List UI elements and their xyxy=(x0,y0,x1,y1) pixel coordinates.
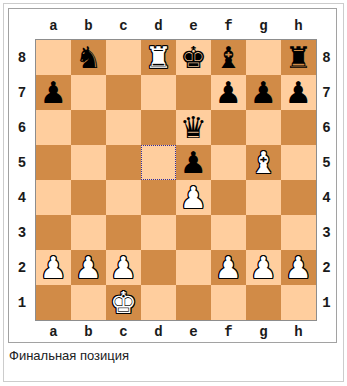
rank-label-left-2: 2 xyxy=(9,250,35,285)
square-d2 xyxy=(141,250,176,285)
square-c6 xyxy=(106,110,141,145)
rank-label-right-4: 4 xyxy=(317,180,336,215)
rank-label-right-7: 7 xyxy=(317,75,336,110)
white-pawn-piece: ♟ xyxy=(215,253,242,283)
square-a2: ♟ xyxy=(36,250,71,285)
white-pawn-piece: ♟ xyxy=(250,253,277,283)
rank-label-right-3: 3 xyxy=(317,215,336,250)
square-c1: ♚ xyxy=(106,285,141,320)
square-f7: ♟ xyxy=(211,75,246,110)
black-rook-piece: ♜ xyxy=(285,43,312,73)
square-d6 xyxy=(141,110,176,145)
white-pawn-piece: ♟ xyxy=(110,253,137,283)
rank-label-right-2: 2 xyxy=(317,250,336,285)
square-f5 xyxy=(211,145,246,180)
square-d4 xyxy=(141,180,176,215)
square-g2: ♟ xyxy=(246,250,281,285)
white-pawn-piece: ♟ xyxy=(75,253,102,283)
file-label-top-e: e xyxy=(176,9,211,39)
square-c8 xyxy=(106,40,141,75)
file-label-bottom-d: d xyxy=(141,321,176,342)
file-label-top-h: h xyxy=(281,9,316,39)
black-knight-piece: ♞ xyxy=(75,43,102,73)
square-c4 xyxy=(106,180,141,215)
square-h5 xyxy=(281,145,316,180)
rank-labels-right: 87654321 xyxy=(317,40,336,320)
square-f4 xyxy=(211,180,246,215)
black-pawn-piece: ♟ xyxy=(285,78,312,108)
rank-label-left-8: 8 xyxy=(9,40,35,75)
file-label-top-a: a xyxy=(36,9,71,39)
file-labels-bottom: abcdefgh xyxy=(36,321,316,342)
square-b7 xyxy=(71,75,106,110)
white-bishop-piece: ♝ xyxy=(250,148,277,178)
figure-caption: Финальная позиция xyxy=(9,347,339,364)
square-f1 xyxy=(211,285,246,320)
file-label-top-c: c xyxy=(106,9,141,39)
rank-label-right-8: 8 xyxy=(317,40,336,75)
rank-label-right-1: 1 xyxy=(317,285,336,320)
square-e6: ♛ xyxy=(176,110,211,145)
square-e5: ♟ xyxy=(176,145,211,180)
square-b8: ♞ xyxy=(71,40,106,75)
square-b3 xyxy=(71,215,106,250)
square-h6 xyxy=(281,110,316,145)
square-g3 xyxy=(246,215,281,250)
square-h4 xyxy=(281,180,316,215)
square-f8: ♝ xyxy=(211,40,246,75)
chess-board: ♞♜♚♝♜♟♟♟♟♛♟♝♟♟♟♟♟♟♟♚ xyxy=(35,39,317,321)
square-a8 xyxy=(36,40,71,75)
file-label-bottom-e: e xyxy=(176,321,211,342)
rank-label-left-7: 7 xyxy=(9,75,35,110)
square-g5: ♝ xyxy=(246,145,281,180)
rank-label-right-5: 5 xyxy=(317,145,336,180)
square-b6 xyxy=(71,110,106,145)
square-d7 xyxy=(141,75,176,110)
black-pawn-piece: ♟ xyxy=(250,78,277,108)
square-g7: ♟ xyxy=(246,75,281,110)
black-queen-piece: ♛ xyxy=(180,113,207,143)
square-f2: ♟ xyxy=(211,250,246,285)
file-label-bottom-c: c xyxy=(106,321,141,342)
file-label-bottom-h: h xyxy=(281,321,316,342)
black-pawn-piece: ♟ xyxy=(40,78,67,108)
white-pawn-piece: ♟ xyxy=(40,253,67,283)
square-h7: ♟ xyxy=(281,75,316,110)
black-bishop-piece: ♝ xyxy=(215,43,242,73)
white-pawn-piece: ♟ xyxy=(285,253,312,283)
square-f3 xyxy=(211,215,246,250)
file-label-bottom-b: b xyxy=(71,321,106,342)
square-g8 xyxy=(246,40,281,75)
square-e7 xyxy=(176,75,211,110)
file-label-bottom-f: f xyxy=(211,321,246,342)
black-pawn-piece: ♟ xyxy=(215,78,242,108)
rank-labels-left: 87654321 xyxy=(9,40,35,320)
square-g4 xyxy=(246,180,281,215)
white-king-piece: ♚ xyxy=(110,288,137,318)
square-h3 xyxy=(281,215,316,250)
white-rook-piece: ♜ xyxy=(145,43,172,73)
chess-diagram: abcdefgh 87654321 ♞♜♚♝♜♟♟♟♟♛♟♝♟♟♟♟♟♟♟♚ 8… xyxy=(8,8,337,343)
square-c2: ♟ xyxy=(106,250,141,285)
square-h1 xyxy=(281,285,316,320)
square-e8: ♚ xyxy=(176,40,211,75)
file-labels-top: abcdefgh xyxy=(36,9,316,39)
file-label-top-f: f xyxy=(211,9,246,39)
figure-frame: abcdefgh 87654321 ♞♜♚♝♜♟♟♟♟♛♟♝♟♟♟♟♟♟♟♚ 8… xyxy=(3,3,344,382)
square-b1 xyxy=(71,285,106,320)
square-d5 xyxy=(141,145,176,180)
square-e4: ♟ xyxy=(176,180,211,215)
rank-label-left-3: 3 xyxy=(9,215,35,250)
file-label-bottom-g: g xyxy=(246,321,281,342)
black-king-piece: ♚ xyxy=(180,43,207,73)
rank-label-left-4: 4 xyxy=(9,180,35,215)
square-h2: ♟ xyxy=(281,250,316,285)
file-label-top-d: d xyxy=(141,9,176,39)
rank-label-left-1: 1 xyxy=(9,285,35,320)
square-a4 xyxy=(36,180,71,215)
square-c5 xyxy=(106,145,141,180)
square-b5 xyxy=(71,145,106,180)
square-b4 xyxy=(71,180,106,215)
file-label-top-b: b xyxy=(71,9,106,39)
square-b2: ♟ xyxy=(71,250,106,285)
square-e1 xyxy=(176,285,211,320)
square-g1 xyxy=(246,285,281,320)
square-a1 xyxy=(36,285,71,320)
square-a6 xyxy=(36,110,71,145)
square-g6 xyxy=(246,110,281,145)
rank-label-right-6: 6 xyxy=(317,110,336,145)
square-d8: ♜ xyxy=(141,40,176,75)
square-a5 xyxy=(36,145,71,180)
file-label-top-g: g xyxy=(246,9,281,39)
square-e2 xyxy=(176,250,211,285)
square-d1 xyxy=(141,285,176,320)
square-f6 xyxy=(211,110,246,145)
white-pawn-piece: ♟ xyxy=(180,183,207,213)
rank-label-left-5: 5 xyxy=(9,145,35,180)
rank-label-left-6: 6 xyxy=(9,110,35,145)
file-label-bottom-a: a xyxy=(36,321,71,342)
square-c7 xyxy=(106,75,141,110)
square-a3 xyxy=(36,215,71,250)
square-c3 xyxy=(106,215,141,250)
square-h8: ♜ xyxy=(281,40,316,75)
square-d3 xyxy=(141,215,176,250)
square-a7: ♟ xyxy=(36,75,71,110)
square-e3 xyxy=(176,215,211,250)
black-pawn-piece: ♟ xyxy=(180,148,207,178)
